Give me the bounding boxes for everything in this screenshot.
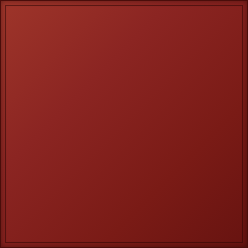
chess-board	[6, 6, 242, 242]
board-frame	[0, 0, 248, 248]
